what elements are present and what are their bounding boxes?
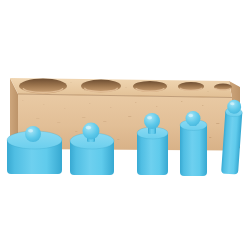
wood-grain-speckle bbox=[202, 105, 204, 106]
wood-grain-speckle bbox=[166, 84, 168, 85]
wood-grain-speckle bbox=[43, 104, 45, 105]
wood-grain-speckle bbox=[181, 101, 183, 102]
knob-ball bbox=[186, 111, 201, 126]
wood-grain-speckle bbox=[152, 86, 154, 87]
wood-grain-speckle bbox=[193, 83, 195, 84]
wood-grain-speckle bbox=[57, 122, 61, 123]
wood-grain-speckle bbox=[125, 87, 127, 88]
wood-grain-speckle bbox=[207, 91, 209, 92]
wood-grain-speckle bbox=[216, 123, 220, 124]
wood-grain-speckle bbox=[209, 137, 212, 138]
wood-grain-speckle bbox=[36, 118, 40, 119]
wood-grain-speckle bbox=[103, 121, 107, 122]
knob-ball bbox=[144, 113, 160, 129]
knob-ball-highlight bbox=[86, 126, 91, 130]
wood-grain-speckle bbox=[135, 102, 137, 103]
knob-ball bbox=[83, 123, 100, 140]
product-photo bbox=[0, 0, 250, 250]
socket-hole-2 bbox=[81, 80, 121, 93]
wood-grain-speckle bbox=[89, 103, 91, 104]
knob-ball-highlight bbox=[147, 116, 152, 120]
wood-grain-speckle bbox=[117, 139, 120, 140]
wood-grain-speckle bbox=[64, 108, 66, 109]
knob-ball bbox=[25, 126, 41, 142]
cylinder-body bbox=[180, 125, 207, 176]
wood-grain-speckle bbox=[22, 100, 24, 101]
wood-grain-speckle bbox=[70, 82, 72, 83]
knob-ball-highlight bbox=[28, 129, 33, 133]
wood-grain-speckle bbox=[75, 131, 78, 132]
wood-grain-speckle bbox=[82, 117, 86, 118]
toy-scene-svg bbox=[0, 0, 250, 250]
wood-grain-speckle bbox=[110, 107, 112, 108]
socket-hole-1 bbox=[19, 79, 67, 94]
cylinder-4 bbox=[180, 111, 207, 176]
knob-ball-highlight bbox=[188, 114, 193, 117]
wood-grain-speckle bbox=[111, 89, 113, 90]
wood-grain-speckle bbox=[84, 90, 86, 91]
wood-grain-speckle bbox=[156, 106, 158, 107]
wood-grain-speckle bbox=[128, 116, 132, 117]
